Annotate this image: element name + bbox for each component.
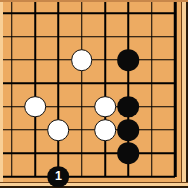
board-point[interactable] — [23, 118, 46, 141]
board-point[interactable] — [117, 48, 140, 71]
grid-line-horizontal — [93, 13, 116, 15]
grid-line-horizontal — [140, 83, 163, 85]
board-point[interactable] — [117, 95, 140, 118]
white-stone — [94, 96, 116, 118]
board-point[interactable] — [93, 142, 116, 165]
grid-line-horizontal — [163, 106, 175, 108]
board-point[interactable] — [70, 118, 93, 141]
grid-line-horizontal — [0, 129, 23, 131]
board-point[interactable] — [47, 142, 70, 165]
board-point[interactable] — [140, 2, 163, 25]
grid-line-horizontal — [0, 175, 23, 178]
grid-line-horizontal — [93, 59, 116, 61]
grid-line-horizontal — [0, 13, 23, 15]
grid-line-horizontal — [23, 175, 46, 178]
go-board: 1 — [0, 2, 187, 188]
board-point[interactable] — [140, 118, 163, 141]
board-point[interactable] — [70, 142, 93, 165]
grid-line-horizontal — [23, 59, 46, 61]
board-point[interactable] — [117, 142, 140, 165]
grid-line-horizontal — [93, 83, 116, 85]
board-point[interactable] — [70, 95, 93, 118]
board-point[interactable] — [23, 2, 46, 25]
board-point[interactable] — [140, 72, 163, 95]
board-point[interactable] — [140, 95, 163, 118]
grid-line-horizontal — [140, 106, 163, 108]
move-number-label: 1 — [55, 170, 62, 183]
board-point[interactable] — [70, 72, 93, 95]
board-point[interactable] — [47, 48, 70, 71]
grid-line-horizontal — [23, 129, 46, 131]
grid-line-horizontal — [23, 36, 46, 38]
grid-line-horizontal — [23, 13, 46, 15]
board-point[interactable] — [93, 48, 116, 71]
board-point[interactable] — [0, 48, 23, 71]
board-point[interactable] — [117, 25, 140, 48]
grid-line-horizontal — [93, 36, 116, 38]
board-point[interactable] — [117, 118, 140, 141]
board-point[interactable] — [47, 72, 70, 95]
grid-line-horizontal — [70, 129, 93, 131]
grid-line-horizontal — [117, 36, 140, 38]
grid-line-horizontal — [70, 36, 93, 38]
grid-line-horizontal — [70, 175, 93, 178]
board-point[interactable] — [0, 142, 23, 165]
board-point[interactable] — [93, 2, 116, 25]
board-point[interactable] — [117, 2, 140, 25]
grid-line-horizontal — [0, 36, 23, 38]
grid-line-horizontal — [140, 153, 163, 155]
grid-line-horizontal — [140, 36, 163, 38]
board-point[interactable] — [23, 95, 46, 118]
grid-line-horizontal — [163, 13, 175, 15]
grid-line-horizontal — [93, 153, 116, 155]
grid-line-horizontal — [163, 59, 175, 61]
board-point[interactable] — [23, 72, 46, 95]
black-stone — [118, 49, 140, 71]
black-stone — [118, 96, 140, 118]
board-right-edge-bevel — [181, 0, 188, 188]
white-stone — [94, 119, 116, 141]
grid-line-horizontal — [163, 83, 175, 85]
grid-line-horizontal — [0, 59, 23, 61]
board-point[interactable] — [70, 25, 93, 48]
board-point[interactable] — [117, 72, 140, 95]
board-point[interactable]: 1 — [47, 165, 70, 188]
board-point[interactable] — [47, 95, 70, 118]
grid-line-horizontal — [70, 13, 93, 15]
board-point[interactable] — [23, 142, 46, 165]
grid-line-horizontal — [163, 175, 175, 178]
board-left-bevel — [0, 0, 3, 188]
board-point[interactable] — [47, 118, 70, 141]
board-point[interactable] — [140, 142, 163, 165]
grid-line-horizontal — [47, 153, 70, 155]
grid-line-horizontal — [93, 175, 116, 178]
grid-line-horizontal — [47, 59, 70, 61]
white-stone — [71, 49, 93, 71]
board-bottom-edge-bevel — [0, 182, 188, 188]
grid-line-horizontal — [70, 83, 93, 85]
black-stone — [118, 143, 140, 165]
grid-line-horizontal — [47, 106, 70, 108]
grid-line-horizontal — [0, 106, 23, 108]
grid-line-horizontal — [163, 36, 175, 38]
white-stone — [48, 119, 70, 141]
grid-line-horizontal — [140, 175, 163, 178]
grid-line-horizontal — [0, 83, 23, 85]
grid-line-horizontal — [117, 175, 140, 178]
grid-line-horizontal — [117, 13, 140, 15]
grid-line-horizontal — [47, 36, 70, 38]
board-point[interactable] — [93, 95, 116, 118]
grid-line-horizontal — [23, 83, 46, 85]
board-point[interactable] — [23, 25, 46, 48]
board-point[interactable] — [140, 25, 163, 48]
black-stone — [118, 119, 140, 141]
board-point[interactable] — [140, 48, 163, 71]
board-point[interactable] — [70, 2, 93, 25]
grid-line-horizontal — [163, 153, 175, 155]
board-point[interactable] — [70, 48, 93, 71]
board-point[interactable] — [47, 2, 70, 25]
board-point[interactable] — [0, 2, 23, 25]
grid-line-horizontal — [70, 153, 93, 155]
board-point[interactable] — [93, 72, 116, 95]
board-point[interactable] — [47, 25, 70, 48]
grid-line-horizontal — [140, 13, 163, 15]
grid-line-horizontal — [117, 83, 140, 85]
grid-line-horizontal — [163, 129, 175, 131]
board-point[interactable] — [0, 118, 23, 141]
go-diagram: 1 — [0, 0, 188, 188]
board-point[interactable] — [0, 95, 23, 118]
board-point[interactable] — [0, 72, 23, 95]
black-stone-move-1: 1 — [48, 166, 70, 188]
grid-line-horizontal — [140, 129, 163, 131]
grid-line-horizontal — [70, 106, 93, 108]
board-point[interactable] — [23, 48, 46, 71]
grid-line-horizontal — [23, 153, 46, 155]
board-point[interactable] — [93, 25, 116, 48]
board-top-border — [0, 0, 188, 2]
board-point[interactable] — [93, 118, 116, 141]
white-stone — [24, 96, 46, 118]
grid-line-horizontal — [0, 153, 23, 155]
grid-line-horizontal — [140, 59, 163, 61]
grid-line-horizontal — [47, 83, 70, 85]
grid-line-horizontal — [47, 13, 70, 15]
board-point[interactable] — [0, 25, 23, 48]
